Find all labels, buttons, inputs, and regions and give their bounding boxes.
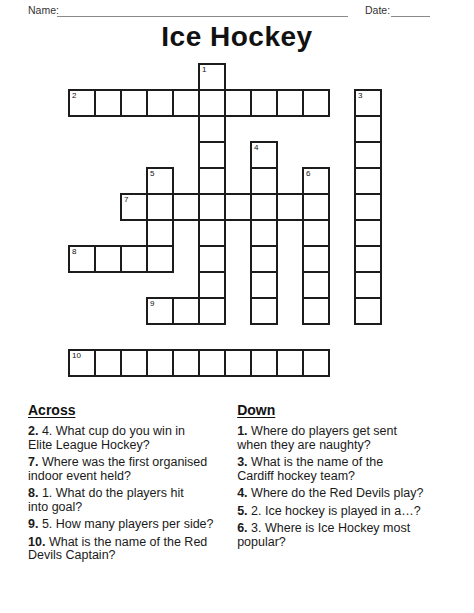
- grid-cell-r1c9[interactable]: [302, 89, 330, 117]
- down-clues-column: Down 1. Where do players get sent when t…: [237, 402, 462, 567]
- clue-number: 2.: [28, 424, 38, 438]
- grid-cell-r11c8[interactable]: [276, 349, 304, 377]
- clue-text: 5. How many players per side?: [42, 517, 214, 531]
- grid-cell-r3c11[interactable]: [354, 141, 382, 169]
- worksheet-page: Name: Date: Ice Hockey 12345678910 Acros…: [0, 0, 474, 613]
- across-clue-8: 8. 1. What do the players hit into goal?: [28, 487, 231, 514]
- cell-number-4: 4: [254, 143, 258, 152]
- clue-number: 8.: [28, 486, 38, 500]
- clue-number: 7.: [28, 455, 38, 469]
- clue-number: 10.: [28, 535, 45, 549]
- grid-cell-r2c11[interactable]: [354, 115, 382, 143]
- grid-cell-r6c9[interactable]: [302, 219, 330, 247]
- grid-cell-r8c9[interactable]: [302, 271, 330, 299]
- grid-cell-r5c8[interactable]: [276, 193, 304, 221]
- grid-cell-r9c9[interactable]: [302, 297, 330, 325]
- grid-cell-r11c7[interactable]: [250, 349, 278, 377]
- grid-cell-r4c9[interactable]: 6: [302, 167, 330, 195]
- grid-cell-r5c6[interactable]: [224, 193, 252, 221]
- grid-cell-r6c11[interactable]: [354, 219, 382, 247]
- grid-cell-r0c5[interactable]: 1: [198, 63, 226, 91]
- grid-cell-r1c11[interactable]: 3: [354, 89, 382, 117]
- grid-cell-r8c11[interactable]: [354, 271, 382, 299]
- cell-number-8: 8: [72, 247, 76, 256]
- clue-text: Where do players get sent when they are …: [237, 424, 397, 452]
- grid-cell-r9c5[interactable]: [198, 297, 226, 325]
- grid-cell-r9c7[interactable]: [250, 297, 278, 325]
- grid-cell-r6c5[interactable]: [198, 219, 226, 247]
- across-clues-column: Across 2. 4. What cup do you win in Elit…: [28, 402, 231, 567]
- across-clue-9: 9. 5. How many players per side?: [28, 518, 231, 532]
- down-heading: Down: [237, 402, 462, 418]
- grid-cell-r9c3[interactable]: 9: [146, 297, 174, 325]
- puzzle-title: Ice Hockey: [0, 21, 474, 53]
- grid-cell-r6c3[interactable]: [146, 219, 174, 247]
- grid-cell-r1c2[interactable]: [120, 89, 148, 117]
- grid-cell-r1c1[interactable]: [94, 89, 122, 117]
- across-clue-7: 7. Where was the first organised indoor …: [28, 456, 231, 483]
- grid-cell-r1c7[interactable]: [250, 89, 278, 117]
- grid-cell-r1c4[interactable]: [172, 89, 200, 117]
- grid-cell-r1c0[interactable]: 2: [68, 89, 96, 117]
- grid-cell-r11c5[interactable]: [198, 349, 226, 377]
- cell-number-3: 3: [358, 91, 362, 100]
- grid-cell-r7c9[interactable]: [302, 245, 330, 273]
- cell-number-6: 6: [306, 169, 310, 178]
- grid-cell-r11c4[interactable]: [172, 349, 200, 377]
- grid-cell-r1c3[interactable]: [146, 89, 174, 117]
- date-label: Date:: [365, 4, 390, 16]
- clue-text: Where was the first organised indoor eve…: [28, 455, 207, 483]
- grid-cell-r3c5[interactable]: [198, 141, 226, 169]
- grid-cell-r11c0[interactable]: 10: [68, 349, 96, 377]
- grid-cell-r11c2[interactable]: [120, 349, 148, 377]
- grid-cell-r9c4[interactable]: [172, 297, 200, 325]
- clue-number: 1.: [237, 424, 247, 438]
- cell-number-1: 1: [202, 65, 206, 74]
- grid-cell-r6c7[interactable]: [250, 219, 278, 247]
- cell-number-9: 9: [150, 299, 154, 308]
- grid-cell-r7c3[interactable]: [146, 245, 174, 273]
- clue-number: 5.: [237, 504, 247, 518]
- grid-cell-r3c7[interactable]: 4: [250, 141, 278, 169]
- crossword-grid: 12345678910: [68, 63, 384, 379]
- down-clue-5: 5. 2. Ice hockey is played in a…?: [237, 505, 462, 519]
- grid-cell-r11c3[interactable]: [146, 349, 174, 377]
- cell-number-7: 7: [124, 195, 128, 204]
- clue-text: 2. Ice hockey is played in a…?: [251, 504, 421, 518]
- grid-cell-r7c1[interactable]: [94, 245, 122, 273]
- grid-cell-r5c5[interactable]: [198, 193, 226, 221]
- grid-cell-r1c8[interactable]: [276, 89, 304, 117]
- clue-text: Where do the Red Devils play?: [251, 486, 423, 500]
- grid-cell-r4c11[interactable]: [354, 167, 382, 195]
- across-clue-10: 10. What is the name of the Red Devils C…: [28, 536, 231, 563]
- grid-cell-r5c7[interactable]: [250, 193, 278, 221]
- across-heading: Across: [28, 402, 231, 418]
- clue-number: 4.: [237, 486, 247, 500]
- down-clue-3: 3. What is the name of the Cardiff hocke…: [237, 456, 462, 483]
- grid-cell-r4c5[interactable]: [198, 167, 226, 195]
- grid-cell-r7c0[interactable]: 8: [68, 245, 96, 273]
- across-clue-2: 2. 4. What cup do you win in Elite Leagu…: [28, 425, 231, 452]
- grid-cell-r1c5[interactable]: [198, 89, 226, 117]
- clue-text: What is the name of the Red Devils Capta…: [28, 535, 207, 563]
- grid-cell-r11c9[interactable]: [302, 349, 330, 377]
- grid-cell-r11c6[interactable]: [224, 349, 252, 377]
- grid-cell-r4c3[interactable]: 5: [146, 167, 174, 195]
- grid-cell-r11c1[interactable]: [94, 349, 122, 377]
- grid-cell-r2c5[interactable]: [198, 115, 226, 143]
- name-blank-line: [57, 6, 348, 17]
- clue-number: 3.: [237, 455, 247, 469]
- name-label: Name:: [28, 4, 59, 16]
- date-blank-line: [391, 6, 430, 17]
- grid-cell-r5c2[interactable]: 7: [120, 193, 148, 221]
- clue-number: 9.: [28, 517, 38, 531]
- clue-number: 6.: [237, 521, 247, 535]
- down-clue-4: 4. Where do the Red Devils play?: [237, 487, 462, 501]
- clue-text: 4. What cup do you win in Elite League H…: [28, 424, 185, 452]
- grid-cell-r5c3[interactable]: [146, 193, 174, 221]
- cell-number-2: 2: [72, 91, 76, 100]
- grid-cell-r8c5[interactable]: [198, 271, 226, 299]
- clues-section: Across 2. 4. What cup do you win in Elit…: [28, 402, 462, 567]
- grid-cell-r1c6[interactable]: [224, 89, 252, 117]
- grid-cell-r7c2[interactable]: [120, 245, 148, 273]
- grid-cell-r9c11[interactable]: [354, 297, 382, 325]
- cell-number-5: 5: [150, 169, 154, 178]
- grid-cell-r5c4[interactable]: [172, 193, 200, 221]
- grid-cell-r5c9[interactable]: [302, 193, 330, 221]
- clue-text: What is the name of the Cardiff hockey t…: [237, 455, 383, 483]
- grid-cell-r4c7[interactable]: [250, 167, 278, 195]
- down-clue-1: 1. Where do players get sent when they a…: [237, 425, 462, 452]
- cell-number-10: 10: [72, 351, 81, 360]
- grid-cell-r7c11[interactable]: [354, 245, 382, 273]
- grid-cell-r7c5[interactable]: [198, 245, 226, 273]
- down-clue-6: 6. 3. Where is Ice Hockey most popular?: [237, 522, 462, 549]
- clue-text: 1. What do the players hit into goal?: [28, 486, 184, 514]
- grid-cell-r8c7[interactable]: [250, 271, 278, 299]
- grid-cell-r5c11[interactable]: [354, 193, 382, 221]
- clue-text: 3. Where is Ice Hockey most popular?: [237, 521, 410, 549]
- grid-cell-r7c7[interactable]: [250, 245, 278, 273]
